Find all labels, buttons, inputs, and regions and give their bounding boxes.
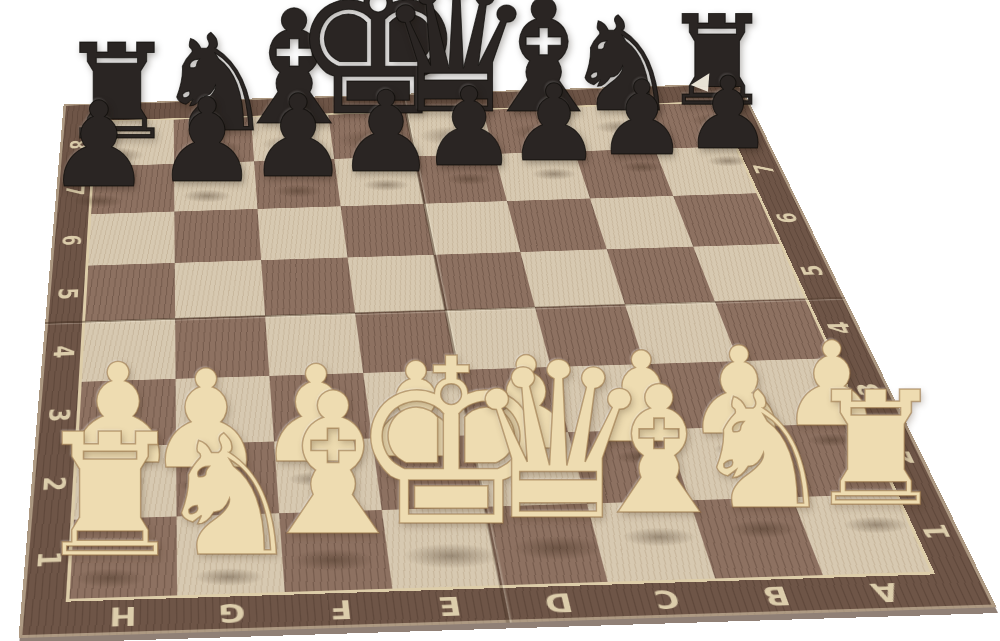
piece-black-pawn-f7: ♟ xyxy=(247,80,349,194)
piece-black-pawn-b7: ♟ xyxy=(596,67,688,170)
piece-black-pawn-c7: ♟ xyxy=(506,71,601,177)
piece-black-pawn-h7: ♟ xyxy=(46,86,152,204)
piece-white-rook-a1: ♜ xyxy=(805,370,947,528)
piece-black-pawn-a7: ♟ xyxy=(683,64,773,164)
photo-stage: 87654321 87654321 HGFEDCBA ♜♞♝♚♛♝♞♜♟♟♟♟♟… xyxy=(0,0,1000,641)
pieces-layer: ♜♞♝♚♛♝♞♜♟♟♟♟♟♟♟♟♟♟♟♟♟♟♟♟♜♞♝♚♛♝♞♜ xyxy=(0,0,1000,641)
piece-black-pawn-g7: ♟ xyxy=(155,83,259,199)
piece-black-pawn-d7: ♟ xyxy=(420,73,518,182)
